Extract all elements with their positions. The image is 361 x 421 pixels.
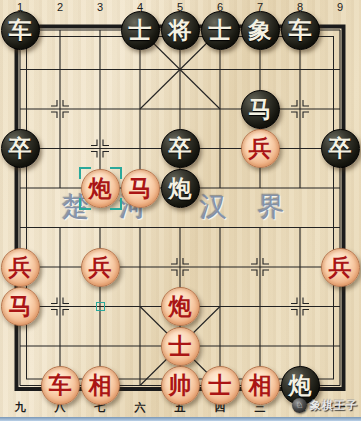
piece-black-pawn[interactable]: 卒 — [1, 129, 40, 168]
last-move-origin-marker — [96, 302, 105, 311]
board[interactable]: 车士将士象车马卒卒兵卒炮马炮兵兵兵马炮士车相帅士相炮 — [0, 10, 360, 405]
piece-red-pawn[interactable]: 兵 — [321, 248, 360, 287]
horse-logo-icon: ♘ — [292, 398, 307, 413]
piece-red-elephant[interactable]: 相 — [81, 366, 120, 405]
piece-red-pawn[interactable]: 兵 — [241, 129, 280, 168]
piece-red-horse[interactable]: 马 — [121, 169, 160, 208]
piece-red-chariot[interactable]: 车 — [41, 366, 80, 405]
piece-black-advisor[interactable]: 士 — [121, 11, 160, 50]
piece-red-elephant[interactable]: 相 — [241, 366, 280, 405]
xiangqi-board-app: 123456789 楚 河 汉 界 车士将士象车马卒卒兵卒炮马炮兵兵兵马炮士车相… — [0, 0, 361, 421]
piece-black-pawn[interactable]: 卒 — [161, 129, 200, 168]
piece-red-pawn[interactable]: 兵 — [1, 248, 40, 287]
piece-black-horse[interactable]: 马 — [241, 90, 280, 129]
piece-black-elephant[interactable]: 象 — [241, 11, 280, 50]
watermark: ♘ 象棋王子 — [292, 398, 358, 413]
piece-black-cannon[interactable]: 炮 — [161, 169, 200, 208]
piece-red-cannon[interactable]: 炮 — [161, 287, 200, 326]
piece-red-pawn[interactable]: 兵 — [81, 248, 120, 287]
piece-black-chariot[interactable]: 车 — [281, 11, 320, 50]
piece-black-pawn[interactable]: 卒 — [321, 129, 360, 168]
piece-black-chariot[interactable]: 车 — [1, 11, 40, 50]
piece-red-cannon[interactable]: 炮 — [81, 169, 120, 208]
piece-red-advisor[interactable]: 士 — [161, 327, 200, 366]
watermark-text: 象棋王子 — [309, 398, 358, 413]
window-edge-strip — [0, 417, 361, 421]
piece-black-advisor[interactable]: 士 — [201, 11, 240, 50]
piece-red-horse[interactable]: 马 — [1, 287, 40, 326]
piece-red-advisor[interactable]: 士 — [201, 366, 240, 405]
piece-black-general[interactable]: 将 — [161, 11, 200, 50]
piece-red-general[interactable]: 帅 — [161, 366, 200, 405]
